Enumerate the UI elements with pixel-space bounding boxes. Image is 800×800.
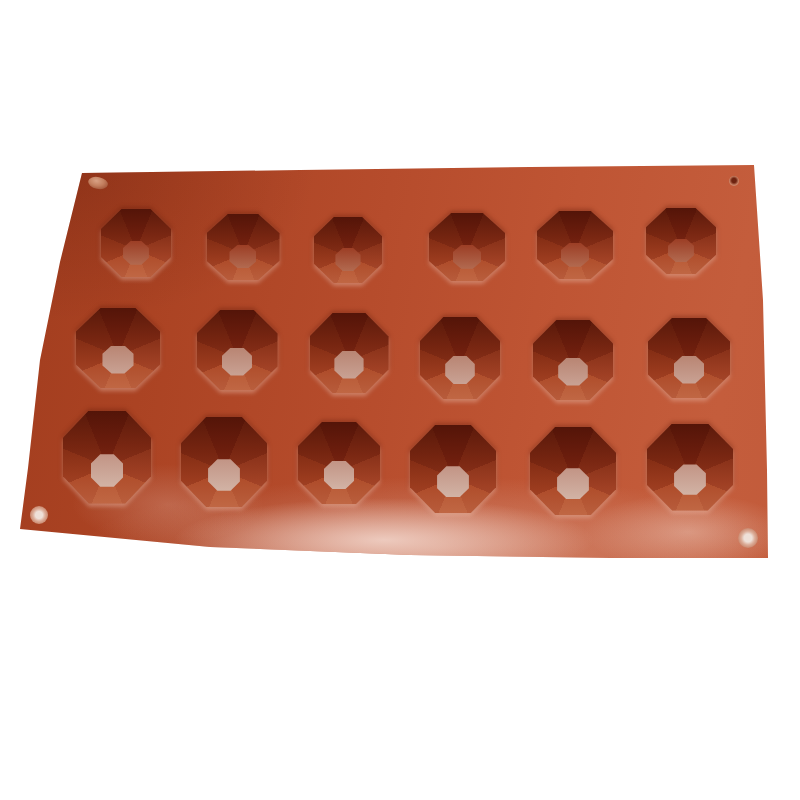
corner-hole-bottom-left	[30, 506, 48, 524]
cavity-floor	[668, 239, 694, 262]
corner-hole-top-right	[729, 176, 739, 186]
mold-cavity-r1c5	[537, 211, 613, 279]
mold-cavity-r3c3	[298, 422, 380, 504]
mold-cavity-r1c3	[314, 217, 382, 283]
product-photo	[0, 0, 800, 800]
cavity-floor	[208, 459, 240, 491]
cavity-floor	[229, 245, 256, 268]
cavity-floor	[674, 356, 704, 384]
mold-cavity-r3c4	[410, 425, 496, 513]
mold-cavity-r2c5	[533, 320, 613, 400]
cavity-floor	[335, 248, 360, 271]
mold-cavity-r1c4	[429, 213, 505, 281]
mold-cavity-r3c5	[530, 427, 616, 515]
cavity-floor	[91, 454, 124, 487]
cavity-floor	[334, 351, 363, 379]
cavity-floor	[324, 461, 354, 490]
mold-cavity-r1c1	[101, 209, 171, 277]
cavity-floor	[558, 358, 588, 386]
cavity-floor	[102, 346, 133, 374]
cavity-floor	[123, 241, 149, 265]
mold-cavity-r3c2	[181, 417, 267, 507]
cavity-floor	[674, 464, 706, 494]
mold-cavity-r2c2	[197, 310, 278, 390]
mold-cavity-r3c1	[63, 411, 151, 504]
silicone-mold-mat	[0, 0, 800, 800]
mold-cavity-r2c6	[648, 318, 730, 398]
mold-cavity-r1c6	[646, 208, 716, 274]
mold-cavity-r3c6	[647, 424, 733, 511]
cavity-floor	[445, 356, 475, 385]
cavity-floor	[557, 468, 589, 499]
mold-cavity-r2c3	[310, 313, 389, 393]
cavity-floor	[222, 348, 252, 376]
corner-hole-bottom-right	[738, 528, 758, 548]
cavity-floor	[561, 243, 589, 267]
corner-hole-top-left	[87, 175, 109, 191]
mold-cavity-r1c2	[207, 214, 280, 280]
cavity-floor	[437, 466, 469, 497]
mold-cavity-r2c4	[420, 317, 500, 399]
mold-cavity-r2c1	[76, 308, 160, 388]
cavity-floor	[453, 245, 481, 269]
